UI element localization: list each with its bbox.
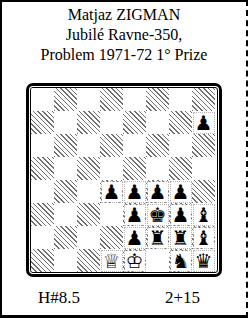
board-frame: ♟♟♟♟♟♟♚♟♝♟♜♜♝♕♔♞♛ [26,83,222,277]
square-e6[interactable] [123,134,146,157]
square-d7[interactable] [100,111,123,134]
black-king-f3: ♚ [148,205,168,225]
square-h8[interactable] [192,88,215,111]
black-rook-g2: ♜ [171,228,191,248]
square-d4[interactable]: ♟ [100,180,123,203]
square-a7[interactable] [31,111,54,134]
square-g8[interactable] [169,88,192,111]
square-a3[interactable] [31,203,54,226]
square-f7[interactable] [146,111,169,134]
square-b3[interactable] [54,203,77,226]
square-b1[interactable] [54,249,77,272]
black-pawn-h7: ♟ [194,113,214,133]
square-g5[interactable] [169,157,192,180]
problem-header: Matjaz ZIGMAN Jubilé Ravne-350, Problem … [2,2,246,65]
square-a2[interactable] [31,226,54,249]
square-d2[interactable] [100,226,123,249]
square-f4[interactable]: ♟ [146,180,169,203]
square-a1[interactable] [31,249,54,272]
square-e5[interactable] [123,157,146,180]
square-g6[interactable] [169,134,192,157]
black-pawn-g4: ♟ [171,182,191,202]
square-d5[interactable] [100,157,123,180]
square-f2[interactable]: ♜ [146,226,169,249]
square-h3[interactable]: ♝ [192,203,215,226]
square-e2[interactable]: ♟ [123,226,146,249]
black-pawn-f4: ♟ [148,182,168,202]
square-h6[interactable] [192,134,215,157]
chess-problem-card: Matjaz ZIGMAN Jubilé Ravne-350, Problem … [0,0,248,318]
square-f8[interactable] [146,88,169,111]
white-queen-d1: ♕ [102,251,122,271]
square-d8[interactable] [100,88,123,111]
square-d1[interactable]: ♕ [100,249,123,272]
black-pawn-d4: ♟ [102,182,122,202]
square-h4[interactable] [192,180,215,203]
black-bishop-h2: ♝ [194,228,214,248]
black-pawn-e3: ♟ [125,205,145,225]
square-a8[interactable] [31,88,54,111]
square-f6[interactable] [146,134,169,157]
caption-row: H#8.5 2+15 [2,277,246,308]
square-g4[interactable]: ♟ [169,180,192,203]
square-c2[interactable] [77,226,100,249]
square-c6[interactable] [77,134,100,157]
square-e1[interactable]: ♔ [123,249,146,272]
square-e8[interactable] [123,88,146,111]
white-king-e1: ♔ [125,251,145,271]
black-rook-f2: ♜ [148,228,168,248]
square-e7[interactable] [123,111,146,134]
square-g7[interactable] [169,111,192,134]
award-line: Problem 1971-72 1° Prize [2,45,246,65]
stipulation-label: H#8.5 [38,288,80,308]
black-pawn-g3: ♟ [171,205,191,225]
square-e4[interactable]: ♟ [123,180,146,203]
square-a6[interactable] [31,134,54,157]
square-c1[interactable] [77,249,100,272]
square-b8[interactable] [54,88,77,111]
black-pawn-e4: ♟ [125,182,145,202]
square-b5[interactable] [54,157,77,180]
square-g2[interactable]: ♜ [169,226,192,249]
black-pawn-e2: ♟ [125,228,145,248]
tourney-name: Jubilé Ravne-350, [2,25,246,45]
square-f5[interactable] [146,157,169,180]
black-knight-g1: ♞ [171,251,191,271]
square-d6[interactable] [100,134,123,157]
square-c7[interactable] [77,111,100,134]
square-b7[interactable] [54,111,77,134]
square-c3[interactable] [77,203,100,226]
square-h1[interactable]: ♛ [192,249,215,272]
board-frame-inner: ♟♟♟♟♟♟♚♟♝♟♜♜♝♕♔♞♛ [30,87,218,273]
square-b4[interactable] [54,180,77,203]
square-f3[interactable]: ♚ [146,203,169,226]
square-c5[interactable] [77,157,100,180]
black-queen-h1: ♛ [194,251,214,271]
author-name: Matjaz ZIGMAN [2,5,246,25]
square-c4[interactable] [77,180,100,203]
square-h7[interactable]: ♟ [192,111,215,134]
square-h2[interactable]: ♝ [192,226,215,249]
square-b6[interactable] [54,134,77,157]
square-c8[interactable] [77,88,100,111]
square-e3[interactable]: ♟ [123,203,146,226]
black-bishop-h3: ♝ [194,205,214,225]
square-b2[interactable] [54,226,77,249]
square-a4[interactable] [31,180,54,203]
square-d3[interactable] [100,203,123,226]
chess-board: ♟♟♟♟♟♟♚♟♝♟♜♜♝♕♔♞♛ [31,88,217,272]
square-h5[interactable] [192,157,215,180]
square-f1[interactable] [146,249,169,272]
square-a5[interactable] [31,157,54,180]
square-g1[interactable]: ♞ [169,249,192,272]
material-count-label: 2+15 [165,288,200,308]
square-g3[interactable]: ♟ [169,203,192,226]
